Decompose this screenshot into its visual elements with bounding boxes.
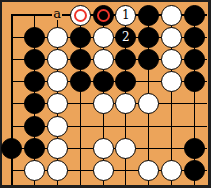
stone-black[interactable] [24,71,45,92]
stone-white[interactable] [47,93,68,114]
circle-mark [97,9,110,22]
stone-white[interactable] [70,5,91,26]
stone-white[interactable]: 1 [115,5,136,26]
grid-vline [11,14,13,185]
stone-white[interactable] [93,160,114,181]
stone-black[interactable] [138,5,159,26]
stone-white[interactable] [161,49,182,70]
stone-black[interactable] [184,5,205,26]
circle-mark [74,9,87,22]
stone-black[interactable] [115,71,136,92]
stone-white[interactable] [47,27,68,48]
stone-white[interactable] [93,138,114,159]
stone-black[interactable] [24,27,45,48]
stone-white[interactable] [93,27,114,48]
go-board-diagram: 12a [0,0,211,188]
stone-black[interactable] [115,49,136,70]
stone-black[interactable] [70,27,91,48]
stone-white[interactable] [47,71,68,92]
stone-black[interactable] [93,71,114,92]
point-label-a[interactable]: a [52,7,62,20]
stone-black[interactable] [24,93,45,114]
stone-white[interactable] [47,160,68,181]
stone-black[interactable]: 2 [115,27,136,48]
stone-black[interactable] [184,27,205,48]
stone-white[interactable] [138,160,159,181]
stone-black[interactable] [184,71,205,92]
stone-white[interactable] [161,5,182,26]
stone-black[interactable] [184,138,205,159]
move-number-1: 1 [122,9,130,21]
stone-white[interactable] [161,27,182,48]
stone-white[interactable] [24,160,45,181]
stone-white[interactable] [93,93,114,114]
frame-border-right [208,0,211,188]
stone-black[interactable] [24,116,45,137]
stone-white[interactable] [47,49,68,70]
stone-white[interactable] [93,49,114,70]
move-number-2: 2 [122,31,130,43]
frame-border-left [0,0,2,188]
frame-border-top [0,0,211,2]
stone-black[interactable] [93,5,114,26]
stone-white[interactable] [161,71,182,92]
stone-white[interactable] [115,93,136,114]
stone-white[interactable] [138,93,159,114]
stone-black[interactable] [184,160,205,181]
stone-black[interactable] [24,49,45,70]
stone-black[interactable] [138,49,159,70]
stone-black[interactable] [1,138,22,159]
stone-black[interactable] [138,27,159,48]
frame-border-bottom [0,185,211,188]
stone-white[interactable] [161,160,182,181]
stone-white[interactable] [47,116,68,137]
stone-black[interactable] [70,49,91,70]
stone-black[interactable] [24,138,45,159]
stone-black[interactable] [184,49,205,70]
stone-white[interactable] [47,138,68,159]
stone-white[interactable] [115,138,136,159]
stone-black[interactable] [70,71,91,92]
